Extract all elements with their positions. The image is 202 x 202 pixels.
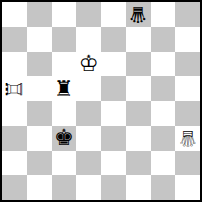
square-g3[interactable]	[151, 126, 176, 151]
square-a6[interactable]	[2, 52, 27, 77]
square-e1[interactable]	[101, 175, 126, 200]
square-a5[interactable]: ♖	[2, 76, 27, 101]
square-f4[interactable]	[126, 101, 151, 126]
square-h7[interactable]	[175, 27, 200, 52]
square-h3[interactable]: ♕	[175, 126, 200, 151]
square-d1[interactable]	[76, 175, 101, 200]
square-h5[interactable]	[175, 76, 200, 101]
square-e3[interactable]	[101, 126, 126, 151]
square-d2[interactable]	[76, 151, 101, 176]
square-f7[interactable]	[126, 27, 151, 52]
square-d8[interactable]	[76, 2, 101, 27]
square-f5[interactable]	[126, 76, 151, 101]
square-b2[interactable]	[27, 151, 52, 176]
piece-black-king[interactable]: ♚	[54, 127, 74, 149]
piece-black-rook[interactable]: ♜	[54, 78, 74, 100]
square-f6[interactable]	[126, 52, 151, 77]
square-c1[interactable]	[52, 175, 77, 200]
square-g7[interactable]	[151, 27, 176, 52]
square-e6[interactable]	[101, 52, 126, 77]
square-h1[interactable]	[175, 175, 200, 200]
square-c8[interactable]	[52, 2, 77, 27]
square-e2[interactable]	[101, 151, 126, 176]
square-e7[interactable]	[101, 27, 126, 52]
square-h4[interactable]	[175, 101, 200, 126]
square-b5[interactable]	[27, 76, 52, 101]
square-g2[interactable]	[151, 151, 176, 176]
square-h2[interactable]	[175, 151, 200, 176]
square-e5[interactable]	[101, 76, 126, 101]
square-g8[interactable]	[151, 2, 176, 27]
square-f1[interactable]	[126, 175, 151, 200]
chess-board: ♛♔♖♜♚♕	[2, 2, 200, 200]
square-d6[interactable]: ♔	[76, 52, 101, 77]
square-f2[interactable]	[126, 151, 151, 176]
square-a3[interactable]	[2, 126, 27, 151]
square-a4[interactable]	[2, 101, 27, 126]
square-e4[interactable]	[101, 101, 126, 126]
square-c3[interactable]: ♚	[52, 126, 77, 151]
square-a7[interactable]	[2, 27, 27, 52]
square-d4[interactable]	[76, 101, 101, 126]
square-b1[interactable]	[27, 175, 52, 200]
square-b6[interactable]	[27, 52, 52, 77]
square-d7[interactable]	[76, 27, 101, 52]
square-c4[interactable]	[52, 101, 77, 126]
square-f8[interactable]: ♛	[126, 2, 151, 27]
piece-white-grasshopper[interactable]: ♕	[178, 127, 198, 149]
square-e8[interactable]	[101, 2, 126, 27]
square-g4[interactable]	[151, 101, 176, 126]
square-b3[interactable]	[27, 126, 52, 151]
square-a2[interactable]	[2, 151, 27, 176]
square-d3[interactable]	[76, 126, 101, 151]
square-d5[interactable]	[76, 76, 101, 101]
square-g1[interactable]	[151, 175, 176, 200]
square-f3[interactable]	[126, 126, 151, 151]
square-h8[interactable]	[175, 2, 200, 27]
square-b8[interactable]	[27, 2, 52, 27]
square-g5[interactable]	[151, 76, 176, 101]
square-c6[interactable]	[52, 52, 77, 77]
chess-diagram-frame: ♛♔♖♜♚♕	[0, 0, 202, 202]
square-c7[interactable]	[52, 27, 77, 52]
square-a8[interactable]	[2, 2, 27, 27]
square-b7[interactable]	[27, 27, 52, 52]
square-g6[interactable]	[151, 52, 176, 77]
square-b4[interactable]	[27, 101, 52, 126]
square-c2[interactable]	[52, 151, 77, 176]
square-c5[interactable]: ♜	[52, 76, 77, 101]
piece-white-king[interactable]: ♔	[79, 53, 99, 75]
piece-black-grasshopper[interactable]: ♛	[128, 3, 148, 25]
square-h6[interactable]	[175, 52, 200, 77]
square-a1[interactable]	[2, 175, 27, 200]
piece-white-rook[interactable]: ♖	[3, 79, 25, 99]
